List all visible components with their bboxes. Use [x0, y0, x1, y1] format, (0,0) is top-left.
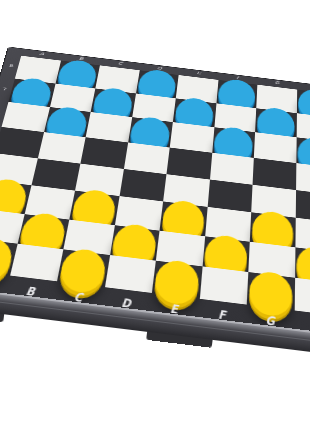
square-g1: ● [247, 272, 295, 310]
checkers-board: ABCDEFGH 87654321 87654321 ●●●●●●●●●●●●●… [0, 47, 310, 339]
square-h1 [294, 278, 310, 316]
square-c1: ● [57, 250, 110, 288]
board-perspective: ABCDEFGH 87654321 87654321 ●●●●●●●●●●●●●… [0, 47, 310, 339]
square-e1: ● [152, 261, 202, 299]
board-grid: ●●●●●●●●●●●●●●●●●●●●●●●● [0, 56, 310, 317]
board-wrapper: ABCDEFGH 87654321 87654321 ●●●●●●●●●●●●●… [0, 0, 310, 390]
square-b1 [10, 244, 64, 281]
square-d1 [104, 255, 155, 293]
latch-tab [146, 332, 212, 348]
hinge-foot-left [0, 310, 4, 322]
product-photo: ABCDEFGH 87654321 87654321 ●●●●●●●●●●●●●… [0, 0, 310, 430]
square-f1 [199, 267, 248, 305]
